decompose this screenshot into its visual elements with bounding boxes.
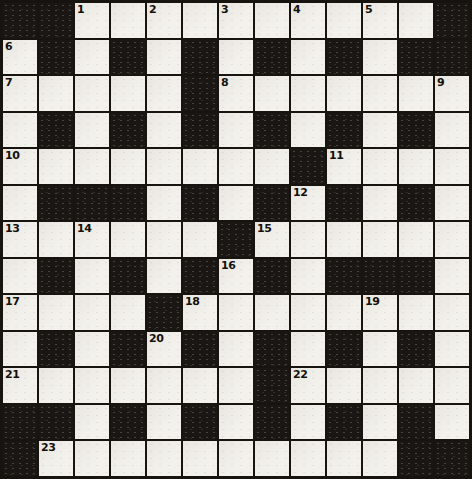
cell-r5c10[interactable] — [363, 186, 397, 221]
cell-r1c6[interactable] — [219, 40, 253, 75]
cell-r10c3[interactable] — [111, 368, 145, 403]
cell-r7c2[interactable] — [75, 259, 109, 294]
cell-r1c8[interactable] — [291, 40, 325, 75]
black-cell-r0c12 — [435, 3, 469, 38]
cell-r12c6[interactable] — [219, 441, 253, 476]
cell-r4c9[interactable]: 11 — [327, 149, 361, 184]
cell-r12c1[interactable]: 23 — [39, 441, 73, 476]
cell-r9c2[interactable] — [75, 332, 109, 367]
cell-r6c8[interactable] — [291, 222, 325, 257]
cell-r1c4[interactable] — [147, 40, 181, 75]
black-cell-r7c3 — [111, 259, 145, 294]
black-cell-r9c5 — [183, 332, 217, 367]
black-cell-r5c11 — [399, 186, 433, 221]
cell-r0c11[interactable] — [399, 3, 433, 38]
cell-r2c1[interactable] — [39, 76, 73, 111]
clue-number-12: 12 — [293, 186, 307, 199]
black-cell-r1c7 — [255, 40, 289, 75]
cell-r6c5[interactable] — [183, 222, 217, 257]
black-cell-r9c3 — [111, 332, 145, 367]
cell-r10c4[interactable] — [147, 368, 181, 403]
cell-r6c0[interactable]: 13 — [3, 222, 37, 257]
cell-r8c12[interactable] — [435, 295, 469, 330]
black-cell-r11c3 — [111, 405, 145, 440]
cell-r9c12[interactable] — [435, 332, 469, 367]
cell-r3c2[interactable] — [75, 113, 109, 148]
cell-r2c7[interactable] — [255, 76, 289, 111]
cell-r2c10[interactable] — [363, 76, 397, 111]
cell-r9c4[interactable]: 20 — [147, 332, 181, 367]
cell-r2c11[interactable] — [399, 76, 433, 111]
cell-r8c1[interactable] — [39, 295, 73, 330]
black-cell-r8c4 — [147, 295, 181, 330]
cell-r1c10[interactable] — [363, 40, 397, 75]
black-cell-r5c3 — [111, 186, 145, 221]
black-cell-r3c3 — [111, 113, 145, 148]
cell-r4c0[interactable]: 10 — [3, 149, 37, 184]
black-cell-r9c7 — [255, 332, 289, 367]
cell-r0c5[interactable] — [183, 3, 217, 38]
cell-r8c7[interactable] — [255, 295, 289, 330]
cell-r8c6[interactable] — [219, 295, 253, 330]
cell-r6c2[interactable]: 14 — [75, 222, 109, 257]
black-cell-r10c7 — [255, 368, 289, 403]
black-cell-r3c9 — [327, 113, 361, 148]
black-cell-r9c11 — [399, 332, 433, 367]
cell-r8c0[interactable]: 17 — [3, 295, 37, 330]
black-cell-r5c7 — [255, 186, 289, 221]
cell-r11c8[interactable] — [291, 405, 325, 440]
cell-r12c9[interactable] — [327, 441, 361, 476]
black-cell-r4c8 — [291, 149, 325, 184]
cell-r2c4[interactable] — [147, 76, 181, 111]
cell-r7c6[interactable]: 16 — [219, 259, 253, 294]
cell-r3c8[interactable] — [291, 113, 325, 148]
cell-r10c10[interactable] — [363, 368, 397, 403]
cell-r0c7[interactable] — [255, 3, 289, 38]
cell-r8c3[interactable] — [111, 295, 145, 330]
cell-r2c12[interactable]: 9 — [435, 76, 469, 111]
cell-r0c2[interactable]: 1 — [75, 3, 109, 38]
cell-r10c0[interactable]: 21 — [3, 368, 37, 403]
cell-r8c10[interactable]: 19 — [363, 295, 397, 330]
black-cell-r5c1 — [39, 186, 73, 221]
black-cell-r0c1 — [39, 3, 73, 38]
cell-r3c10[interactable] — [363, 113, 397, 148]
cell-r2c6[interactable]: 8 — [219, 76, 253, 111]
cell-r12c4[interactable] — [147, 441, 181, 476]
cell-r2c9[interactable] — [327, 76, 361, 111]
cell-r6c3[interactable] — [111, 222, 145, 257]
cell-r5c12[interactable] — [435, 186, 469, 221]
black-cell-r11c1 — [39, 405, 73, 440]
cell-r6c11[interactable] — [399, 222, 433, 257]
black-cell-r5c2 — [75, 186, 109, 221]
black-cell-r11c7 — [255, 405, 289, 440]
black-cell-r2c5 — [183, 76, 217, 111]
cell-r9c8[interactable] — [291, 332, 325, 367]
clue-number-1: 1 — [77, 3, 84, 16]
cell-r7c8[interactable] — [291, 259, 325, 294]
black-cell-r11c9 — [327, 405, 361, 440]
clue-number-22: 22 — [293, 368, 307, 381]
clue-number-7: 7 — [5, 76, 12, 89]
cell-r4c5[interactable] — [183, 149, 217, 184]
cell-r11c10[interactable] — [363, 405, 397, 440]
cell-r7c4[interactable] — [147, 259, 181, 294]
cell-r0c9[interactable] — [327, 3, 361, 38]
cell-r4c11[interactable] — [399, 149, 433, 184]
black-cell-r3c11 — [399, 113, 433, 148]
cell-r0c4[interactable]: 2 — [147, 3, 181, 38]
cell-r6c4[interactable] — [147, 222, 181, 257]
clue-number-23: 23 — [41, 441, 55, 454]
cell-r10c8[interactable]: 22 — [291, 368, 325, 403]
black-cell-r12c11 — [399, 441, 433, 476]
black-cell-r11c5 — [183, 405, 217, 440]
cell-r10c5[interactable] — [183, 368, 217, 403]
cell-r4c7[interactable] — [255, 149, 289, 184]
cell-r12c2[interactable] — [75, 441, 109, 476]
cell-r10c9[interactable] — [327, 368, 361, 403]
cell-r12c10[interactable] — [363, 441, 397, 476]
black-cell-r3c5 — [183, 113, 217, 148]
cell-r10c6[interactable] — [219, 368, 253, 403]
clue-number-3: 3 — [221, 3, 228, 16]
black-cell-r9c9 — [327, 332, 361, 367]
black-cell-r1c1 — [39, 40, 73, 75]
clue-number-18: 18 — [185, 295, 199, 308]
cell-r8c2[interactable] — [75, 295, 109, 330]
cell-r3c12[interactable] — [435, 113, 469, 148]
crossword-grid: 1234567891011121314151617181920212223 — [0, 0, 472, 479]
black-cell-r12c12 — [435, 441, 469, 476]
cell-r11c12[interactable] — [435, 405, 469, 440]
clue-number-16: 16 — [221, 259, 235, 272]
crossword-puzzle: 1234567891011121314151617181920212223 — [0, 0, 472, 479]
cell-r7c0[interactable] — [3, 259, 37, 294]
clue-number-15: 15 — [257, 222, 271, 235]
clue-number-21: 21 — [5, 368, 19, 381]
cell-r6c10[interactable] — [363, 222, 397, 257]
cell-r6c12[interactable] — [435, 222, 469, 257]
black-cell-r3c1 — [39, 113, 73, 148]
cell-r3c0[interactable] — [3, 113, 37, 148]
cell-r8c5[interactable]: 18 — [183, 295, 217, 330]
black-cell-r11c0 — [3, 405, 37, 440]
cell-r9c6[interactable] — [219, 332, 253, 367]
clue-number-4: 4 — [293, 3, 300, 16]
black-cell-r1c9 — [327, 40, 361, 75]
cell-r5c4[interactable] — [147, 186, 181, 221]
black-cell-r7c10 — [363, 259, 397, 294]
cell-r8c11[interactable] — [399, 295, 433, 330]
cell-r4c12[interactable] — [435, 149, 469, 184]
cell-r6c1[interactable] — [39, 222, 73, 257]
black-cell-r6c6 — [219, 222, 253, 257]
cell-r12c8[interactable] — [291, 441, 325, 476]
clue-number-14: 14 — [77, 222, 91, 235]
cell-r7c12[interactable] — [435, 259, 469, 294]
cell-r4c2[interactable] — [75, 149, 109, 184]
cell-r0c6[interactable]: 3 — [219, 3, 253, 38]
cell-r11c4[interactable] — [147, 405, 181, 440]
cell-r5c8[interactable]: 12 — [291, 186, 325, 221]
cell-r3c6[interactable] — [219, 113, 253, 148]
cell-r1c2[interactable] — [75, 40, 109, 75]
clue-number-11: 11 — [329, 149, 343, 162]
black-cell-r0c0 — [3, 3, 37, 38]
cell-r10c1[interactable] — [39, 368, 73, 403]
clue-number-17: 17 — [5, 295, 19, 308]
clue-number-8: 8 — [221, 76, 228, 89]
cell-r5c6[interactable] — [219, 186, 253, 221]
clue-number-10: 10 — [5, 149, 19, 162]
cell-r12c5[interactable] — [183, 441, 217, 476]
black-cell-r1c3 — [111, 40, 145, 75]
cell-r12c3[interactable] — [111, 441, 145, 476]
cell-r8c8[interactable] — [291, 295, 325, 330]
cell-r10c11[interactable] — [399, 368, 433, 403]
cell-r4c6[interactable] — [219, 149, 253, 184]
cell-r0c3[interactable] — [111, 3, 145, 38]
clue-number-2: 2 — [149, 3, 156, 16]
clue-number-6: 6 — [5, 40, 12, 53]
cell-r2c3[interactable] — [111, 76, 145, 111]
cell-r11c2[interactable] — [75, 405, 109, 440]
black-cell-r7c7 — [255, 259, 289, 294]
cell-r10c12[interactable] — [435, 368, 469, 403]
cell-r2c8[interactable] — [291, 76, 325, 111]
cell-r4c10[interactable] — [363, 149, 397, 184]
black-cell-r7c9 — [327, 259, 361, 294]
cell-r6c9[interactable] — [327, 222, 361, 257]
cell-r8c9[interactable] — [327, 295, 361, 330]
black-cell-r1c5 — [183, 40, 217, 75]
black-cell-r5c5 — [183, 186, 217, 221]
black-cell-r12c0 — [3, 441, 37, 476]
cell-r0c8[interactable]: 4 — [291, 3, 325, 38]
clue-number-20: 20 — [149, 332, 163, 345]
cell-r2c0[interactable]: 7 — [3, 76, 37, 111]
black-cell-r9c1 — [39, 332, 73, 367]
black-cell-r11c11 — [399, 405, 433, 440]
cell-r4c4[interactable] — [147, 149, 181, 184]
cell-r2c2[interactable] — [75, 76, 109, 111]
cell-r12c7[interactable] — [255, 441, 289, 476]
cell-r6c7[interactable]: 15 — [255, 222, 289, 257]
black-cell-r7c1 — [39, 259, 73, 294]
black-cell-r3c7 — [255, 113, 289, 148]
clue-number-9: 9 — [437, 76, 444, 89]
black-cell-r7c11 — [399, 259, 433, 294]
black-cell-r1c12 — [435, 40, 469, 75]
cell-r5c0[interactable] — [3, 186, 37, 221]
cell-r9c10[interactable] — [363, 332, 397, 367]
cell-r1c0[interactable]: 6 — [3, 40, 37, 75]
clue-number-13: 13 — [5, 222, 19, 235]
black-cell-r7c5 — [183, 259, 217, 294]
clue-number-19: 19 — [365, 295, 379, 308]
cell-r11c6[interactable] — [219, 405, 253, 440]
black-cell-r1c11 — [399, 40, 433, 75]
cell-r4c3[interactable] — [111, 149, 145, 184]
cell-r10c2[interactable] — [75, 368, 109, 403]
clue-number-5: 5 — [365, 3, 372, 16]
cell-r4c1[interactable] — [39, 149, 73, 184]
cell-r9c0[interactable] — [3, 332, 37, 367]
cell-r3c4[interactable] — [147, 113, 181, 148]
cell-r0c10[interactable]: 5 — [363, 3, 397, 38]
black-cell-r5c9 — [327, 186, 361, 221]
